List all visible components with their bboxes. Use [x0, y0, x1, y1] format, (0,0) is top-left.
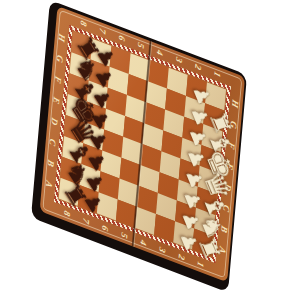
photo-background: ♜♞♝♛♚♝♞♜♟♟♟♟♟♟♟♟♟♟♟♟♟♟♟♟♜♞♝♛♚♝♜ 88HH77GG… — [0, 0, 300, 300]
chess-board[interactable]: ♜♞♝♛♚♝♞♜♟♟♟♟♟♟♟♟♟♟♟♟♟♟♟♟♜♞♝♛♚♝♜ 88HH77GG… — [40, 6, 245, 282]
board-edge: ♜♞♝♛♚♝♞♜♟♟♟♟♟♟♟♟♟♟♟♟♟♟♟♟♜♞♝♛♚♝♜ 88HH77GG… — [31, 0, 247, 292]
